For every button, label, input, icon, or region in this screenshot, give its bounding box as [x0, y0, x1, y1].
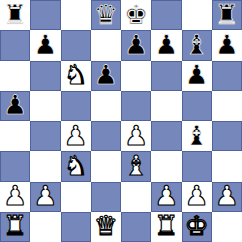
- square-f4[interactable]: [151, 121, 181, 151]
- square-c5[interactable]: [61, 91, 91, 121]
- square-a1[interactable]: ♜: [0, 212, 30, 242]
- square-e3[interactable]: ♝: [121, 151, 151, 181]
- square-a5[interactable]: ♟: [0, 91, 30, 121]
- white-knight: ♞: [64, 152, 88, 179]
- square-d4[interactable]: [91, 121, 121, 151]
- square-g3[interactable]: [182, 151, 212, 181]
- square-e5[interactable]: [121, 91, 151, 121]
- white-rook: ♜: [3, 212, 27, 239]
- square-h1[interactable]: [212, 212, 242, 242]
- black-rook: ♜: [215, 1, 239, 28]
- square-d8[interactable]: ♛: [91, 0, 121, 30]
- white-queen: ♛: [94, 212, 118, 239]
- square-e4[interactable]: ♟: [121, 121, 151, 151]
- square-e6[interactable]: [121, 61, 151, 91]
- black-queen: ♛: [94, 1, 118, 28]
- square-g5[interactable]: [182, 91, 212, 121]
- square-h4[interactable]: [212, 121, 242, 151]
- square-f8[interactable]: [151, 0, 181, 30]
- white-knight: ♞: [64, 61, 88, 88]
- white-pawn: ♟: [185, 182, 209, 209]
- square-b8[interactable]: [30, 0, 60, 30]
- square-g7[interactable]: ♝: [182, 30, 212, 60]
- square-e7[interactable]: ♟: [121, 30, 151, 60]
- square-h2[interactable]: ♟: [212, 182, 242, 212]
- square-b1[interactable]: [30, 212, 60, 242]
- square-a7[interactable]: [0, 30, 30, 60]
- square-f2[interactable]: ♟: [151, 182, 181, 212]
- black-rook: ♜: [3, 1, 27, 28]
- square-d1[interactable]: ♛: [91, 212, 121, 242]
- white-pawn: ♟: [33, 182, 57, 209]
- square-d5[interactable]: [91, 91, 121, 121]
- white-pawn: ♟: [64, 122, 88, 149]
- square-a2[interactable]: ♟: [0, 182, 30, 212]
- black-pawn: ♟: [94, 61, 118, 88]
- square-d6[interactable]: ♟: [91, 61, 121, 91]
- square-c6[interactable]: ♞: [61, 61, 91, 91]
- square-h8[interactable]: ♜: [212, 0, 242, 30]
- white-pawn: ♟: [154, 182, 178, 209]
- white-pawn: ♟: [124, 122, 148, 149]
- square-a8[interactable]: ♜: [0, 0, 30, 30]
- square-g2[interactable]: ♟: [182, 182, 212, 212]
- black-pawn: ♟: [33, 31, 57, 58]
- square-f6[interactable]: [151, 61, 181, 91]
- black-pawn: ♟: [215, 31, 239, 58]
- black-pawn: ♟: [154, 31, 178, 58]
- square-f3[interactable]: [151, 151, 181, 181]
- square-b3[interactable]: [30, 151, 60, 181]
- square-a3[interactable]: [0, 151, 30, 181]
- white-rook: ♜: [154, 212, 178, 239]
- square-d2[interactable]: [91, 182, 121, 212]
- square-g1[interactable]: ♚: [182, 212, 212, 242]
- square-d3[interactable]: [91, 151, 121, 181]
- square-b7[interactable]: ♟: [30, 30, 60, 60]
- black-bishop: ♝: [185, 31, 209, 58]
- square-b2[interactable]: ♟: [30, 182, 60, 212]
- white-pawn: ♟: [215, 182, 239, 209]
- square-a6[interactable]: [0, 61, 30, 91]
- square-c7[interactable]: [61, 30, 91, 60]
- square-c3[interactable]: ♞: [61, 151, 91, 181]
- square-f7[interactable]: ♟: [151, 30, 181, 60]
- square-f1[interactable]: ♜: [151, 212, 181, 242]
- square-e2[interactable]: [121, 182, 151, 212]
- square-b5[interactable]: [30, 91, 60, 121]
- black-bishop: ♝: [185, 122, 209, 149]
- black-pawn: ♟: [124, 31, 148, 58]
- black-pawn: ♟: [185, 61, 209, 88]
- square-h3[interactable]: [212, 151, 242, 181]
- black-pawn: ♟: [3, 91, 27, 118]
- square-a4[interactable]: [0, 121, 30, 151]
- square-g8[interactable]: [182, 0, 212, 30]
- square-h6[interactable]: [212, 61, 242, 91]
- square-c4[interactable]: ♟: [61, 121, 91, 151]
- square-c1[interactable]: [61, 212, 91, 242]
- square-h5[interactable]: [212, 91, 242, 121]
- square-c8[interactable]: [61, 0, 91, 30]
- white-bishop: ♝: [124, 152, 148, 179]
- square-g4[interactable]: ♝: [182, 121, 212, 151]
- square-e1[interactable]: [121, 212, 151, 242]
- square-g6[interactable]: ♟: [182, 61, 212, 91]
- square-f5[interactable]: [151, 91, 181, 121]
- chess-board: ♜♛♚♜♟♟♟♝♟♞♟♟♟♟♟♝♞♝♟♟♟♟♟♜♛♜♚: [0, 0, 242, 242]
- square-b6[interactable]: [30, 61, 60, 91]
- square-h7[interactable]: ♟: [212, 30, 242, 60]
- white-king: ♚: [185, 212, 209, 239]
- square-e8[interactable]: ♚: [121, 0, 151, 30]
- square-c2[interactable]: [61, 182, 91, 212]
- white-pawn: ♟: [3, 182, 27, 209]
- square-d7[interactable]: [91, 30, 121, 60]
- square-b4[interactable]: [30, 121, 60, 151]
- black-king: ♚: [124, 1, 148, 28]
